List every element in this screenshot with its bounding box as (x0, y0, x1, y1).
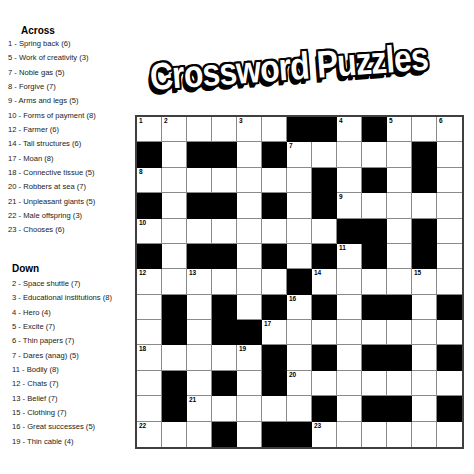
cell-r11c2 (162, 371, 187, 396)
cell-r2c7[interactable]: 7 (287, 142, 312, 167)
cell-r3c8 (312, 168, 337, 193)
cell-r8c8 (312, 295, 337, 320)
down-clue: 16 - Great successes (5) (12, 420, 112, 434)
cell-r10c8 (312, 345, 337, 370)
cell-r7c7 (287, 269, 312, 294)
cell-r2c5[interactable] (237, 142, 262, 167)
down-clue: 6 - Thin papers (7) (12, 334, 112, 348)
cell-r12c6[interactable] (262, 396, 287, 421)
cell-r3c3[interactable] (187, 168, 212, 193)
cell-r6c12 (412, 244, 437, 269)
cell-r6c9[interactable]: 11 (337, 244, 362, 269)
across-clue: 14 - Tall structures (6) (8, 137, 96, 151)
cell-r12c7[interactable] (287, 396, 312, 421)
cell-r7c10[interactable] (362, 269, 387, 294)
cell-r1c5[interactable]: 3 (237, 117, 262, 142)
cell-r1c13[interactable]: 6 (437, 117, 462, 142)
cell-r6c1 (137, 244, 162, 269)
across-clue: 12 - Farmer (6) (8, 123, 96, 137)
across-clue: 23 - Chooses (6) (8, 223, 96, 237)
across-clue: 21 - Unpleasant giants (5) (8, 195, 96, 209)
cell-r10c7[interactable] (287, 345, 312, 370)
cell-r3c2[interactable] (162, 168, 187, 193)
cell-r13c12[interactable] (412, 422, 437, 447)
clue-number: 11 (339, 245, 346, 252)
cell-r4c7[interactable] (287, 193, 312, 218)
clue-number: 14 (314, 270, 321, 277)
cell-r3c11[interactable] (387, 168, 412, 193)
page: { "game": "crossword", "title": "Crosswo… (0, 0, 474, 474)
cell-r13c8[interactable]: 23 (312, 422, 337, 447)
cell-r3c13[interactable] (437, 168, 462, 193)
cell-r1c12[interactable] (412, 117, 437, 142)
down-clue: 7 - Dares (anag) (5) (12, 349, 112, 363)
cell-r12c4[interactable] (212, 396, 237, 421)
down-clue: 4 - Hero (4) (12, 306, 112, 320)
cell-r6c5[interactable] (237, 244, 262, 269)
cell-r8c9[interactable] (337, 295, 362, 320)
cell-r12c2 (162, 396, 187, 421)
clue-number: 8 (139, 169, 143, 176)
cell-r9c6[interactable]: 17 (262, 320, 287, 345)
cell-r13c3[interactable] (187, 422, 212, 447)
cell-r1c2[interactable]: 2 (162, 117, 187, 142)
cell-r4c10[interactable] (362, 193, 387, 218)
cell-r4c8 (312, 193, 337, 218)
cell-r13c1[interactable]: 22 (137, 422, 162, 447)
cell-r9c5 (237, 320, 262, 345)
cell-r13c9[interactable] (337, 422, 362, 447)
cell-r10c11 (387, 345, 412, 370)
down-clue: 12 - Chats (7) (12, 377, 112, 391)
cell-r3c1[interactable]: 8 (137, 168, 162, 193)
cell-r7c12[interactable]: 15 (412, 269, 437, 294)
cell-r13c4 (212, 422, 237, 447)
cell-r4c5[interactable] (237, 193, 262, 218)
cell-r12c1[interactable] (137, 396, 162, 421)
cell-r4c12[interactable] (412, 193, 437, 218)
cell-r9c7[interactable] (287, 320, 312, 345)
cell-r9c4 (212, 320, 237, 345)
cell-r9c1[interactable] (137, 320, 162, 345)
clue-number: 7 (289, 143, 293, 150)
cell-r10c13 (437, 345, 462, 370)
clue-number: 21 (189, 397, 196, 404)
cell-r3c7[interactable] (287, 168, 312, 193)
cell-r12c5[interactable] (237, 396, 262, 421)
cell-r11c5[interactable] (237, 371, 262, 396)
cell-r4c9[interactable]: 9 (337, 193, 362, 218)
across-clue: 1 - Spring back (6) (8, 37, 96, 51)
cell-r9c12[interactable] (412, 320, 437, 345)
cell-r9c8[interactable] (312, 320, 337, 345)
cell-r6c8 (312, 244, 337, 269)
cell-r2c9[interactable] (337, 142, 362, 167)
cell-r3c5[interactable] (237, 168, 262, 193)
across-clue: 5 - Work of creativity (3) (8, 51, 96, 65)
cell-r5c4[interactable] (212, 219, 237, 244)
cell-r1c3[interactable] (187, 117, 212, 142)
cell-r1c9[interactable]: 4 (337, 117, 362, 142)
cell-r4c11[interactable] (387, 193, 412, 218)
cell-r5c3[interactable] (187, 219, 212, 244)
cell-r6c7[interactable] (287, 244, 312, 269)
cell-r3c9[interactable] (337, 168, 362, 193)
across-clue: 18 - Connective tissue (5) (8, 166, 96, 180)
cell-r12c11 (387, 396, 412, 421)
cell-r13c13[interactable] (437, 422, 462, 447)
cell-r5c13[interactable] (437, 219, 462, 244)
puzzle-title: Crossword Puzzles (148, 31, 470, 100)
cell-r12c12[interactable] (412, 396, 437, 421)
cell-r8c11 (387, 295, 412, 320)
cell-r10c2[interactable] (162, 345, 187, 370)
cell-r1c6[interactable] (262, 117, 287, 142)
across-clue-list: 1 - Spring back (6)5 - Work of creativit… (8, 37, 96, 238)
clue-number: 4 (339, 118, 343, 125)
cell-r9c9[interactable] (337, 320, 362, 345)
clue-number: 2 (164, 118, 168, 125)
cell-r11c11[interactable] (387, 371, 412, 396)
clue-number: 5 (389, 118, 393, 125)
cell-r7c6[interactable] (262, 269, 287, 294)
cell-r10c5[interactable]: 19 (237, 345, 262, 370)
cell-r5c9 (337, 219, 362, 244)
cell-r4c4 (212, 193, 237, 218)
cell-r7c1[interactable]: 12 (137, 269, 162, 294)
cell-r6c13[interactable] (437, 244, 462, 269)
cell-r11c7[interactable]: 20 (287, 371, 312, 396)
cell-r9c11[interactable] (387, 320, 412, 345)
cell-r12c3[interactable]: 21 (187, 396, 212, 421)
clue-number: 9 (339, 194, 343, 201)
cell-r3c12 (412, 168, 437, 193)
cell-r6c6 (262, 244, 287, 269)
cell-r4c2[interactable] (162, 193, 187, 218)
clue-number: 3 (239, 118, 243, 125)
clue-number: 23 (314, 423, 321, 430)
cell-r2c10[interactable] (362, 142, 387, 167)
cell-r4c6 (262, 193, 287, 218)
cell-r1c11[interactable]: 5 (387, 117, 412, 142)
cell-r10c3[interactable] (187, 345, 212, 370)
cell-r8c7[interactable]: 16 (287, 295, 312, 320)
cell-r10c12[interactable] (412, 345, 437, 370)
down-heading: Down (12, 263, 39, 274)
cell-r7c8[interactable]: 14 (312, 269, 337, 294)
cell-r10c9[interactable] (337, 345, 362, 370)
cell-r9c13[interactable] (437, 320, 462, 345)
clue-number: 19 (239, 346, 246, 353)
cell-r2c12 (412, 142, 437, 167)
cell-r1c8 (312, 117, 337, 142)
clue-number: 18 (139, 346, 146, 353)
cell-r10c1[interactable]: 18 (137, 345, 162, 370)
cell-r9c2 (162, 320, 187, 345)
cell-r3c10 (362, 168, 387, 193)
clue-number: 12 (139, 270, 146, 277)
down-clue: 3 - Educational institutions (8) (12, 291, 112, 305)
across-clue: 8 - Forgive (7) (8, 80, 96, 94)
cell-r4c1 (137, 193, 162, 218)
cell-r9c3[interactable] (187, 320, 212, 345)
cell-r1c1[interactable]: 1 (137, 117, 162, 142)
cell-r2c8[interactable] (312, 142, 337, 167)
across-clue: 22 - Male offspring (3) (8, 209, 96, 223)
cell-r2c2[interactable] (162, 142, 187, 167)
cell-r4c3 (187, 193, 212, 218)
across-clue: 17 - Moan (8) (8, 152, 96, 166)
down-clue-list: 2 - Space shuttle (7)3 - Educational ins… (12, 277, 112, 449)
cell-r2c1 (137, 142, 162, 167)
cell-r13c7 (287, 422, 312, 447)
cell-r3c6[interactable] (262, 168, 287, 193)
across-clue: 7 - Noble gas (5) (8, 66, 96, 80)
cell-r11c13[interactable] (437, 371, 462, 396)
cell-r5c5[interactable] (237, 219, 262, 244)
cell-r5c7[interactable] (287, 219, 312, 244)
clue-number: 6 (439, 118, 443, 125)
cell-r7c4[interactable] (212, 269, 237, 294)
cell-r6c4 (212, 244, 237, 269)
cell-r2c6 (262, 142, 287, 167)
cell-r7c11[interactable] (387, 269, 412, 294)
cell-r8c12[interactable] (412, 295, 437, 320)
cell-r1c10 (362, 117, 387, 142)
cell-r12c10 (362, 396, 387, 421)
cell-r1c4[interactable] (212, 117, 237, 142)
cell-r13c11[interactable] (387, 422, 412, 447)
across-clue: 9 - Arms and legs (5) (8, 94, 96, 108)
across-clue: 20 - Robbers at sea (7) (8, 180, 96, 194)
clue-number: 13 (189, 270, 196, 277)
cell-r1c7 (287, 117, 312, 142)
cell-r8c2 (162, 295, 187, 320)
clue-number: 22 (139, 423, 146, 430)
cell-r2c11[interactable] (387, 142, 412, 167)
down-clue: 19 - Thin cable (4) (12, 435, 112, 449)
cell-r5c2[interactable] (162, 219, 187, 244)
cell-r10c10 (362, 345, 387, 370)
cell-r5c10 (362, 219, 387, 244)
cell-r9c10[interactable] (362, 320, 387, 345)
cell-r4c13[interactable] (437, 193, 462, 218)
cell-r7c5[interactable] (237, 269, 262, 294)
cell-r8c3[interactable] (187, 295, 212, 320)
cell-r12c9[interactable] (337, 396, 362, 421)
cell-r3c4[interactable] (212, 168, 237, 193)
across-clue: 10 - Forms of payment (8) (8, 109, 96, 123)
cell-r8c6 (262, 295, 287, 320)
cell-r7c13[interactable] (437, 269, 462, 294)
cell-r8c4 (212, 295, 237, 320)
cell-r12c13 (437, 396, 462, 421)
clue-number: 15 (414, 270, 421, 277)
cell-r6c10 (362, 244, 387, 269)
cell-r8c10 (362, 295, 387, 320)
cell-r6c11[interactable] (387, 244, 412, 269)
cell-r7c2[interactable] (162, 269, 187, 294)
cell-r11c1[interactable] (137, 371, 162, 396)
cell-r6c3 (187, 244, 212, 269)
cell-r5c11[interactable] (387, 219, 412, 244)
down-clue: 11 - Bodily (8) (12, 363, 112, 377)
cell-r2c3 (187, 142, 212, 167)
cell-r11c10[interactable] (362, 371, 387, 396)
cell-r6c2[interactable] (162, 244, 187, 269)
cell-r11c12[interactable] (412, 371, 437, 396)
cell-r5c12 (412, 219, 437, 244)
cell-r7c9[interactable] (337, 269, 362, 294)
down-clue: 2 - Space shuttle (7) (12, 277, 112, 291)
cell-r11c6 (262, 371, 287, 396)
clue-number: 17 (264, 321, 271, 328)
cell-r13c10[interactable] (362, 422, 387, 447)
across-heading: Across (21, 25, 55, 36)
cell-r5c8[interactable] (312, 219, 337, 244)
down-clue: 15 - Clothing (7) (12, 406, 112, 420)
cell-r5c6[interactable] (262, 219, 287, 244)
cell-r2c13[interactable] (437, 142, 462, 167)
clue-number: 16 (289, 296, 296, 303)
cell-r13c6 (262, 422, 287, 447)
cell-r2c4 (212, 142, 237, 167)
crossword-grid: 1234567891011121314151617181920212223 (135, 115, 464, 449)
cell-r13c2[interactable] (162, 422, 187, 447)
cell-r7c3[interactable]: 13 (187, 269, 212, 294)
clue-number: 20 (289, 372, 296, 379)
cell-r13c5[interactable] (237, 422, 262, 447)
clue-number: 1 (139, 118, 143, 125)
cell-r11c9[interactable] (337, 371, 362, 396)
down-clue: 13 - Belief (7) (12, 392, 112, 406)
cell-r12c8 (312, 396, 337, 421)
down-clue: 5 - Excite (7) (12, 320, 112, 334)
cell-r11c4 (212, 371, 237, 396)
cell-r10c4[interactable] (212, 345, 237, 370)
cell-r8c1[interactable] (137, 295, 162, 320)
cell-r11c3[interactable] (187, 371, 212, 396)
cell-r10c6 (262, 345, 287, 370)
cell-r11c8[interactable] (312, 371, 337, 396)
clue-number: 10 (139, 220, 146, 227)
cell-r8c13 (437, 295, 462, 320)
cell-r5c1[interactable]: 10 (137, 219, 162, 244)
cell-r8c5[interactable] (237, 295, 262, 320)
